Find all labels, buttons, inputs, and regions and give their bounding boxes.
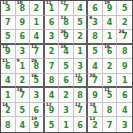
cell-digit: 9 (107, 5, 113, 13)
cell-digit: 9 (92, 92, 98, 100)
cell-r3c6[interactable]: 2 (74, 30, 89, 45)
cell-r4c6[interactable]: 1 (74, 45, 89, 60)
cell-digit: 6 (5, 63, 11, 71)
cell-r4c3[interactable]: 177 (30, 45, 45, 60)
cell-digit: 5 (92, 48, 98, 56)
cell-digit: 4 (77, 5, 83, 13)
cell-r8c7[interactable]: 101 (88, 103, 103, 118)
cell-digit: 1 (5, 92, 11, 100)
cell-r8c3[interactable]: 6 (30, 103, 45, 118)
cage-sum-label: 20 (89, 74, 95, 79)
cell-digit: 8 (34, 63, 40, 71)
cell-digit: 8 (107, 107, 113, 115)
cell-digit: 7 (20, 92, 26, 100)
cell-r4c7[interactable]: 5 (88, 45, 103, 60)
cell-digit: 4 (122, 107, 128, 115)
cell-digit: 2 (107, 63, 113, 71)
cell-r5c1[interactable]: 116 (1, 59, 16, 74)
cell-r2c1[interactable]: 7 (1, 16, 16, 31)
cage-sum-label: 12 (75, 103, 81, 108)
cell-digit: 9 (34, 122, 40, 130)
cell-r3c3[interactable]: 4 (30, 30, 45, 45)
cell-r7c7[interactable]: 9 (88, 88, 103, 103)
cell-r1c6[interactable]: 4 (74, 1, 89, 16)
cell-r6c9[interactable]: 1 (117, 74, 132, 89)
cell-r9c9[interactable]: 3 (117, 117, 132, 132)
cell-digit: 2 (77, 33, 83, 41)
cage-sum-label: 12 (2, 45, 8, 50)
cell-digit: 9 (49, 107, 55, 115)
cage-sum-label: 16 (17, 88, 23, 93)
cell-r1c7[interactable]: 6 (88, 1, 103, 16)
cell-digit: 9 (122, 63, 128, 71)
cell-digit: 4 (5, 77, 11, 85)
cell-digit: 1 (63, 122, 69, 130)
cell-digit: 3 (63, 107, 69, 115)
cell-r2c9[interactable]: 2 (117, 16, 132, 31)
cell-r8c5[interactable]: 3 (59, 103, 74, 118)
cage-sum-label: 19 (104, 1, 110, 6)
cage-sum-label: 16 (31, 74, 37, 79)
cell-digit: 9 (5, 48, 11, 56)
cell-digit: 6 (63, 77, 69, 85)
cell-r2c5[interactable]: 138 (59, 16, 74, 31)
cage-sum-label: 17 (75, 74, 81, 79)
cell-r4c8[interactable]: 166 (103, 45, 118, 60)
cell-digit: 8 (5, 122, 11, 130)
cell-r9c1[interactable]: 8 (1, 117, 16, 132)
cell-r5c4[interactable]: 7 (45, 59, 60, 74)
cage-sum-label: 8 (89, 16, 92, 21)
cell-digit: 4 (92, 63, 98, 71)
cage-sum-label: 11 (46, 1, 52, 6)
cage-sum-label: 13 (2, 1, 8, 6)
cage-sum-label: 16 (104, 45, 110, 50)
cell-digit: 7 (5, 19, 11, 27)
cell-r8c8[interactable]: 8 (103, 103, 118, 118)
cell-digit: 3 (122, 122, 128, 130)
cell-digit: 1 (122, 77, 128, 85)
cell-r2c4[interactable]: 6 (45, 16, 60, 31)
cell-digit: 1 (107, 33, 113, 41)
cell-digit: 3 (5, 5, 11, 13)
cell-digit: 5 (122, 5, 128, 13)
cell-digit: 7 (63, 5, 69, 13)
cell-r9c3[interactable]: 199 (30, 117, 45, 132)
cell-digit: 2 (20, 77, 26, 85)
cell-digit: 1 (77, 48, 83, 56)
cell-r7c4[interactable]: 4 (45, 88, 60, 103)
cell-digit: 4 (20, 122, 26, 130)
cell-digit: 3 (34, 92, 40, 100)
cell-digit: 5 (77, 19, 83, 27)
cell-r8c1[interactable]: 142 (1, 103, 16, 118)
cell-r8c4[interactable]: 129 (45, 103, 60, 118)
cell-digit: 8 (122, 48, 128, 56)
cage-sum-label: 17 (60, 1, 66, 6)
cell-digit: 8 (77, 92, 83, 100)
cage-sum-label: 14 (2, 103, 8, 108)
cell-digit: 5 (63, 63, 69, 71)
cell-r9c5[interactable]: 1 (59, 117, 74, 132)
cell-r3c1[interactable]: 5 (1, 30, 16, 45)
cell-digit: 1 (92, 107, 98, 115)
cell-r5c9[interactable]: 9 (117, 59, 132, 74)
cage-sum-label: 24 (118, 30, 124, 35)
cell-r3c8[interactable]: 1 (103, 30, 118, 45)
cell-r6c6[interactable]: 179 (74, 74, 89, 89)
cell-digit: 7 (34, 48, 40, 56)
cell-digit: 3 (20, 48, 26, 56)
cell-r5c7[interactable]: 4 (88, 59, 103, 74)
cell-r2c6[interactable]: 5 (74, 16, 89, 31)
cage-sum-label: 26 (31, 59, 37, 64)
cell-digit: 5 (20, 107, 26, 115)
cell-r9c7[interactable]: 122 (88, 117, 103, 132)
cell-r1c9[interactable]: 5 (117, 1, 132, 16)
cage-sum-label: 12 (89, 117, 95, 122)
cell-r6c4[interactable]: 8 (45, 74, 60, 89)
cell-digit: 2 (49, 48, 55, 56)
cell-r1c4[interactable]: 111 (45, 1, 60, 16)
cage-sum-label: 17 (31, 45, 37, 50)
cell-digit: 4 (107, 19, 113, 27)
cell-digit: 6 (34, 107, 40, 115)
cage-sum-label: 19 (31, 117, 37, 122)
cell-digit: 3 (107, 77, 113, 85)
cell-r7c9[interactable]: 6 (117, 88, 132, 103)
cage-sum-label: 10 (89, 103, 95, 108)
cell-digit: 6 (49, 19, 55, 27)
cell-r9c6[interactable]: 6 (74, 117, 89, 132)
cell-r9c4[interactable]: 5 (45, 117, 60, 132)
cell-r1c5[interactable]: 177 (59, 1, 74, 16)
cage-sum-label: 10 (17, 1, 23, 6)
cell-digit: 2 (34, 5, 40, 13)
cell-r7c1[interactable]: 1 (1, 88, 16, 103)
cell-r7c8[interactable]: 115 (103, 88, 118, 103)
cell-digit: 7 (107, 122, 113, 130)
cell-r8c9[interactable]: 4 (117, 103, 132, 118)
cell-digit: 1 (20, 63, 26, 71)
cell-r4c2[interactable]: 3 (16, 45, 31, 60)
cage-sum-label: 9 (17, 59, 20, 64)
cell-r5c5[interactable]: 5 (59, 59, 74, 74)
cell-r3c9[interactable]: 247 (117, 30, 132, 45)
sudoku-board: 1331082111177461995791613858342564326928… (0, 0, 133, 133)
cell-r7c5[interactable]: 2 (59, 88, 74, 103)
cell-r1c8[interactable]: 199 (103, 1, 118, 16)
cell-r7c6[interactable]: 8 (74, 88, 89, 103)
cell-digit: 2 (92, 122, 98, 130)
cell-r3c2[interactable]: 6 (16, 30, 31, 45)
cell-digit: 8 (49, 77, 55, 85)
cell-r5c8[interactable]: 2 (103, 59, 118, 74)
cell-digit: 1 (49, 5, 55, 13)
cell-digit: 9 (20, 19, 26, 27)
cell-r1c2[interactable]: 108 (16, 1, 31, 16)
cage-sum-label: 11 (104, 88, 110, 93)
cell-digit: 7 (77, 107, 83, 115)
cell-digit: 6 (92, 5, 98, 13)
cage-sum-label: 11 (2, 59, 8, 64)
cell-r9c8[interactable]: 7 (103, 117, 118, 132)
cell-r7c3[interactable]: 3 (30, 88, 45, 103)
cell-digit: 4 (49, 92, 55, 100)
cell-digit: 2 (63, 92, 69, 100)
cell-r4c1[interactable]: 129 (1, 45, 16, 60)
cell-digit: 3 (92, 19, 98, 27)
cell-r1c3[interactable]: 2 (30, 1, 45, 16)
cell-r2c3[interactable]: 1 (30, 16, 45, 31)
cell-r6c5[interactable]: 6 (59, 74, 74, 89)
cell-digit: 5 (5, 33, 11, 41)
cell-r1c1[interactable]: 133 (1, 1, 16, 16)
cell-r3c5[interactable]: 269 (59, 30, 74, 45)
cell-r8c6[interactable]: 127 (74, 103, 89, 118)
cell-digit: 6 (107, 48, 113, 56)
cell-r5c2[interactable]: 91 (16, 59, 31, 74)
cell-digit: 2 (122, 19, 128, 27)
cell-digit: 5 (107, 92, 113, 100)
cell-digit: 8 (63, 19, 69, 27)
cell-r7c2[interactable]: 167 (16, 88, 31, 103)
cell-digit: 6 (77, 122, 83, 130)
cell-r4c4[interactable]: 2 (45, 45, 60, 60)
cage-sum-label: 14 (60, 45, 66, 50)
cell-r3c7[interactable]: 8 (88, 30, 103, 45)
cell-digit: 7 (49, 63, 55, 71)
cell-digit: 6 (20, 33, 26, 41)
cell-digit: 3 (49, 33, 55, 41)
cell-r8c2[interactable]: 5 (16, 103, 31, 118)
cell-r6c3[interactable]: 165 (30, 74, 45, 89)
cage-sum-label: 12 (46, 103, 52, 108)
cage-sum-label: 26 (60, 30, 66, 35)
cell-r6c2[interactable]: 2 (16, 74, 31, 89)
cell-r6c1[interactable]: 4 (1, 74, 16, 89)
cell-digit: 5 (49, 122, 55, 130)
cell-r9c2[interactable]: 4 (16, 117, 31, 132)
cell-r4c9[interactable]: 8 (117, 45, 132, 60)
cell-r5c3[interactable]: 268 (30, 59, 45, 74)
cell-r2c8[interactable]: 4 (103, 16, 118, 31)
cell-digit: 1 (34, 19, 40, 27)
cell-digit: 2 (5, 107, 11, 115)
cell-digit: 8 (92, 33, 98, 41)
cell-r2c2[interactable]: 9 (16, 16, 31, 31)
cell-digit: 4 (63, 48, 69, 56)
cell-digit: 6 (122, 92, 128, 100)
cell-digit: 4 (34, 33, 40, 41)
cell-digit: 8 (20, 5, 26, 13)
cage-sum-label: 13 (60, 16, 66, 21)
cell-r3c4[interactable]: 3 (45, 30, 60, 45)
cell-r2c7[interactable]: 83 (88, 16, 103, 31)
cell-r6c7[interactable]: 207 (88, 74, 103, 89)
cell-digit: 3 (77, 63, 83, 71)
cell-r4c5[interactable]: 144 (59, 45, 74, 60)
cell-r5c6[interactable]: 3 (74, 59, 89, 74)
cell-r6c8[interactable]: 3 (103, 74, 118, 89)
